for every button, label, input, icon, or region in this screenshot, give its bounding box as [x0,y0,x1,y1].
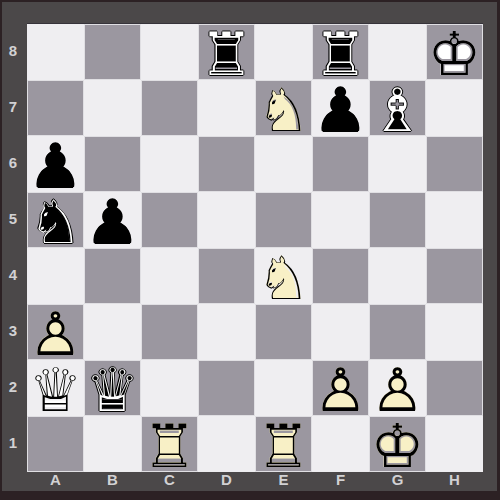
black-knight-a5[interactable]: ♞♘ [27,192,84,248]
square-d6[interactable] [198,136,255,192]
piece-outline-layer: ♙ [27,304,84,360]
piece-outline-layer: ♙ [369,360,426,416]
square-f2[interactable]: ♟♙ [312,360,369,416]
square-c6[interactable] [141,136,198,192]
square-e2[interactable] [255,360,312,416]
file-label-d: D [198,470,255,491]
square-g4[interactable] [369,248,426,304]
white-king-g1[interactable]: ♚♔ [369,416,426,472]
square-b6[interactable] [84,136,141,192]
white-knight-e7[interactable]: ♞♘ [255,80,312,136]
square-c2[interactable] [141,360,198,416]
square-a8[interactable] [27,24,84,80]
square-d3[interactable] [198,304,255,360]
square-e1[interactable]: ♜♖ [255,416,312,472]
rank-label-4: 4 [0,247,26,303]
square-h2[interactable] [426,360,483,416]
white-queen-a2[interactable]: ♛♕ [27,360,84,416]
square-f1[interactable] [312,416,369,472]
black-bishop-g7[interactable]: ♝♗ [369,80,426,136]
piece-fill-layer: ♞ [27,192,84,248]
piece-fill-layer: ♜ [141,416,198,472]
piece-outline-layer: ♕ [84,360,141,416]
board-frame-bottom [0,491,500,500]
square-h4[interactable] [426,248,483,304]
piece-fill-layer: ♟ [369,360,426,416]
board-frame-top [0,0,500,2]
square-g3[interactable] [369,304,426,360]
square-a3[interactable]: ♟♙ [27,304,84,360]
square-h1[interactable] [426,416,483,472]
piece-fill-layer: ♟ [27,304,84,360]
file-label-b: B [84,470,141,491]
file-label-e: E [255,470,312,491]
piece-outline-layer: ♗ [369,80,426,136]
square-e8[interactable] [255,24,312,80]
square-f4[interactable] [312,248,369,304]
square-g7[interactable]: ♝♗ [369,80,426,136]
square-e6[interactable] [255,136,312,192]
square-g1[interactable]: ♚♔ [369,416,426,472]
square-e5[interactable] [255,192,312,248]
square-d4[interactable] [198,248,255,304]
square-h7[interactable] [426,80,483,136]
square-e3[interactable] [255,304,312,360]
square-c7[interactable] [141,80,198,136]
square-b2[interactable]: ♛♕ [84,360,141,416]
piece-outline-layer: ♘ [255,248,312,304]
square-e7[interactable]: ♞♘ [255,80,312,136]
square-b8[interactable] [84,24,141,80]
rank-label-2: 2 [0,359,26,415]
black-pawn-b5[interactable]: ♟ [84,192,141,248]
rank-label-6: 6 [0,135,26,191]
piece-fill-layer: ♜ [198,24,255,80]
white-pawn-a3[interactable]: ♟♙ [27,304,84,360]
piece-outline-layer: ♖ [255,416,312,472]
piece-outline-layer: ♔ [369,416,426,472]
rank-label-5: 5 [0,191,26,247]
piece-outline-layer: ♘ [27,192,84,248]
white-pawn-g2[interactable]: ♟♙ [369,360,426,416]
square-f6[interactable] [312,136,369,192]
piece-fill-layer: ♟ [84,192,141,248]
square-d2[interactable] [198,360,255,416]
square-a5[interactable]: ♞♘ [27,192,84,248]
file-label-a: A [27,470,84,491]
black-pawn-f7[interactable]: ♟ [312,80,369,136]
square-d5[interactable] [198,192,255,248]
piece-outline-layer: ♖ [312,24,369,80]
white-rook-c1[interactable]: ♜♖ [141,416,198,472]
square-a1[interactable] [27,416,84,472]
board-frame-left [0,0,2,500]
black-rook-d8[interactable]: ♜♖ [198,24,255,80]
piece-fill-layer: ♜ [312,24,369,80]
rank-label-7: 7 [0,79,26,135]
piece-fill-layer: ♝ [369,80,426,136]
black-queen-b2[interactable]: ♛♕ [84,360,141,416]
piece-fill-layer: ♞ [255,80,312,136]
square-a6[interactable]: ♟ [27,136,84,192]
rank-label-8: 8 [0,23,26,79]
white-pawn-f2[interactable]: ♟♙ [312,360,369,416]
square-c3[interactable] [141,304,198,360]
square-f8[interactable]: ♜♖ [312,24,369,80]
square-d7[interactable] [198,80,255,136]
piece-fill-layer: ♟ [312,80,369,136]
file-label-f: F [312,470,369,491]
black-rook-f8[interactable]: ♜♖ [312,24,369,80]
square-h6[interactable] [426,136,483,192]
piece-fill-layer: ♚ [369,416,426,472]
black-king-h8[interactable]: ♚♔ [426,24,483,80]
piece-outline-layer: ♙ [312,360,369,416]
chess-board: ♜♖♜♖♚♔♞♘♟♝♗♟♞♘♟♞♘♟♙♛♕♛♕♟♙♟♙♜♖♜♖♚♔ [27,23,483,472]
file-label-h: H [426,470,483,491]
square-c8[interactable] [141,24,198,80]
white-rook-e1[interactable]: ♜♖ [255,416,312,472]
square-f7[interactable]: ♟ [312,80,369,136]
square-h8[interactable]: ♚♔ [426,24,483,80]
square-c4[interactable] [141,248,198,304]
square-e4[interactable]: ♞♘ [255,248,312,304]
square-a7[interactable] [27,80,84,136]
white-knight-e4[interactable]: ♞♘ [255,248,312,304]
rank-label-1: 1 [0,415,26,471]
piece-fill-layer: ♟ [312,360,369,416]
piece-fill-layer: ♛ [27,360,84,416]
piece-fill-layer: ♛ [84,360,141,416]
piece-fill-layer: ♚ [426,24,483,80]
square-g5[interactable] [369,192,426,248]
piece-outline-layer: ♔ [426,24,483,80]
piece-fill-layer: ♟ [27,136,84,192]
piece-fill-layer: ♞ [255,248,312,304]
square-b4[interactable] [84,248,141,304]
square-f5[interactable] [312,192,369,248]
piece-outline-layer: ♖ [141,416,198,472]
square-a4[interactable] [27,248,84,304]
square-h5[interactable] [426,192,483,248]
file-label-g: G [369,470,426,491]
square-g2[interactable]: ♟♙ [369,360,426,416]
black-pawn-a6[interactable]: ♟ [27,136,84,192]
square-g8[interactable] [369,24,426,80]
square-c1[interactable]: ♜♖ [141,416,198,472]
piece-fill-layer: ♜ [255,416,312,472]
square-d1[interactable] [198,416,255,472]
square-g6[interactable] [369,136,426,192]
square-a2[interactable]: ♛♕ [27,360,84,416]
piece-outline-layer: ♕ [27,360,84,416]
chess-diagram: ♜♖♜♖♚♔♞♘♟♝♗♟♞♘♟♞♘♟♙♛♕♛♕♟♙♟♙♜♖♜♖♚♔ 876543… [0,0,500,500]
square-d8[interactable]: ♜♖ [198,24,255,80]
piece-outline-layer: ♖ [198,24,255,80]
piece-outline-layer: ♘ [255,80,312,136]
square-b1[interactable] [84,416,141,472]
square-b5[interactable]: ♟ [84,192,141,248]
square-b3[interactable] [84,304,141,360]
square-f3[interactable] [312,304,369,360]
square-b7[interactable] [84,80,141,136]
square-c5[interactable] [141,192,198,248]
rank-label-3: 3 [0,303,26,359]
square-h3[interactable] [426,304,483,360]
file-label-c: C [141,470,198,491]
